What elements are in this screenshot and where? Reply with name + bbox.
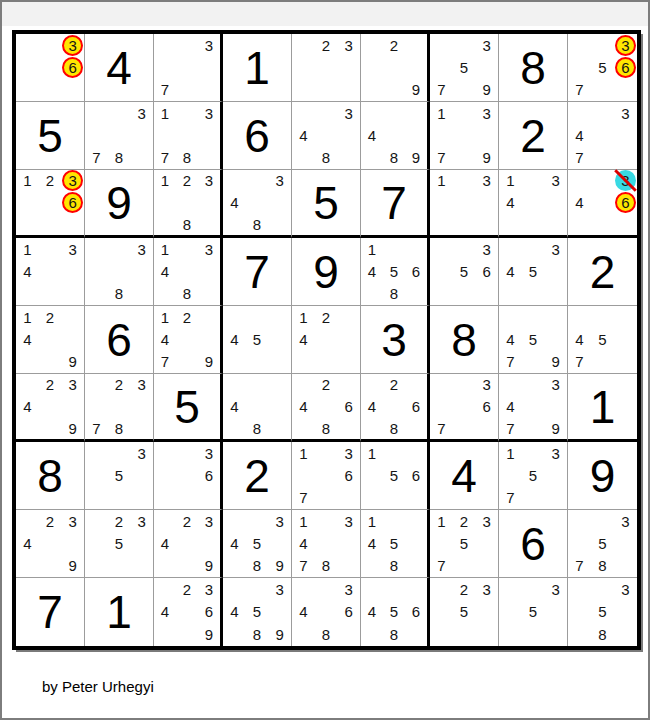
candidate-6[interactable]: 6: [338, 465, 359, 486]
cell-r7c6[interactable]: 156: [361, 442, 430, 510]
candidate-1[interactable]: 1: [17, 170, 38, 191]
candidate-7[interactable]: 7: [569, 79, 590, 100]
cell-r8c9[interactable]: 3578: [568, 510, 637, 578]
candidate-3-highlighted[interactable]: 3: [62, 35, 83, 56]
candidate-1[interactable]: 1: [155, 170, 176, 191]
candidate-6-highlighted[interactable]: 6: [615, 57, 636, 78]
candidate-3[interactable]: 3: [199, 35, 220, 56]
candidate-3[interactable]: 3: [199, 103, 220, 124]
candidate-9[interactable]: 9: [476, 147, 497, 168]
candidate-2[interactable]: 2: [39, 170, 60, 191]
candidate-1[interactable]: 1: [293, 307, 314, 328]
candidate-4[interactable]: 4: [155, 329, 176, 350]
candidate-9[interactable]: 9: [269, 624, 290, 645]
cell-r4c6[interactable]: 14568: [361, 238, 430, 306]
cell-value: 3: [361, 306, 427, 373]
cell-value: 1: [85, 578, 153, 646]
candidate-8[interactable]: 8: [177, 283, 198, 304]
candidate-5[interactable]: 5: [384, 465, 405, 486]
candidate-7[interactable]: 7: [293, 487, 314, 508]
candidate-3[interactable]: 3: [131, 443, 152, 464]
candidate-6[interactable]: 6: [199, 601, 220, 622]
cell-r6c3[interactable]: 5: [154, 374, 223, 442]
candidate-4[interactable]: 4: [362, 125, 383, 146]
candidate-3[interactable]: 3: [545, 443, 566, 464]
candidate-4[interactable]: 4: [500, 261, 521, 282]
candidate-4[interactable]: 4: [500, 329, 521, 350]
candidate-7[interactable]: 7: [86, 147, 107, 168]
candidate-6[interactable]: 6: [476, 261, 497, 282]
cell-r9c3[interactable]: 23469: [154, 578, 223, 646]
cell-value: 8: [430, 306, 498, 373]
cell-r5c8[interactable]: 4579: [499, 306, 568, 374]
candidate-3[interactable]: 3: [269, 579, 290, 600]
candidate-4[interactable]: 4: [500, 192, 521, 213]
cell-value: 6: [223, 102, 291, 169]
candidate-1[interactable]: 1: [431, 170, 452, 191]
candidate-4[interactable]: 4: [293, 601, 314, 622]
candidate-5[interactable]: 5: [246, 601, 267, 622]
candidate-3[interactable]: 3: [545, 374, 566, 395]
cell-r4c8[interactable]: 345: [499, 238, 568, 306]
cell-r6c5[interactable]: 2468: [292, 374, 361, 442]
cell-r1c5[interactable]: 23: [292, 34, 361, 102]
candidate-9[interactable]: 9: [62, 555, 83, 576]
cell-value: 6: [499, 510, 567, 577]
candidate-3[interactable]: 3: [131, 103, 152, 124]
cell-r5c7[interactable]: 8: [430, 306, 499, 374]
candidate-8[interactable]: 8: [246, 214, 267, 235]
candidate-9[interactable]: 9: [406, 79, 427, 100]
candidate-3[interactable]: 3: [62, 511, 83, 532]
candidate-3[interactable]: 3: [338, 35, 359, 56]
candidate-1[interactable]: 1: [155, 239, 176, 260]
candidate-9[interactable]: 9: [476, 79, 497, 100]
candidate-6[interactable]: 6: [338, 396, 359, 417]
candidate-5[interactable]: 5: [453, 533, 474, 554]
candidate-1[interactable]: 1: [155, 307, 176, 328]
candidate-5[interactable]: 5: [522, 465, 543, 486]
candidate-2[interactable]: 2: [453, 511, 474, 532]
cell-r6c9[interactable]: 1: [568, 374, 637, 442]
cell-r1c1[interactable]: 36: [16, 34, 85, 102]
candidate-5[interactable]: 5: [592, 601, 613, 622]
candidate-3[interactable]: 3: [615, 579, 636, 600]
candidate-7[interactable]: 7: [431, 147, 452, 168]
candidate-4[interactable]: 4: [224, 329, 245, 350]
candidate-3[interactable]: 3: [545, 239, 566, 260]
candidate-7[interactable]: 7: [569, 147, 590, 168]
candidate-3-eliminated[interactable]: 3: [615, 170, 636, 191]
candidate-3[interactable]: 3: [476, 374, 497, 395]
cell-r9c9[interactable]: 358: [568, 578, 637, 646]
candidate-3[interactable]: 3: [131, 511, 152, 532]
candidate-6[interactable]: 6: [338, 601, 359, 622]
candidate-5[interactable]: 5: [522, 329, 543, 350]
cell-r7c9[interactable]: 9: [568, 442, 637, 510]
candidate-7[interactable]: 7: [569, 351, 590, 372]
candidate-1[interactable]: 1: [17, 307, 38, 328]
candidate-4[interactable]: 4: [224, 396, 245, 417]
cell-r1c3[interactable]: 37: [154, 34, 223, 102]
cell-r4c7[interactable]: 356: [430, 238, 499, 306]
candidate-1[interactable]: 1: [500, 443, 521, 464]
candidate-4[interactable]: 4: [224, 533, 245, 554]
candidate-6[interactable]: 6: [406, 396, 427, 417]
candidate-8[interactable]: 8: [315, 418, 336, 439]
candidate-1[interactable]: 1: [362, 443, 383, 464]
cell-r8c3[interactable]: 2349: [154, 510, 223, 578]
candidate-4[interactable]: 4: [293, 125, 314, 146]
candidate-3[interactable]: 3: [199, 239, 220, 260]
candidate-3[interactable]: 3: [476, 239, 497, 260]
candidate-7[interactable]: 7: [500, 351, 521, 372]
candidate-6[interactable]: 6: [406, 465, 427, 486]
candidate-3[interactable]: 3: [62, 374, 83, 395]
cell-r9c5[interactable]: 3468: [292, 578, 361, 646]
cell-r7c1[interactable]: 8: [16, 442, 85, 510]
candidate-5[interactable]: 5: [592, 57, 613, 78]
candidate-6-highlighted[interactable]: 6: [62, 192, 83, 213]
candidate-3[interactable]: 3: [476, 35, 497, 56]
cell-value: 5: [154, 374, 220, 439]
candidate-8[interactable]: 8: [592, 624, 613, 645]
candidate-9[interactable]: 9: [406, 147, 427, 168]
candidate-5[interactable]: 5: [384, 261, 405, 282]
cell-r5c4[interactable]: 45: [223, 306, 292, 374]
candidate-1[interactable]: 1: [17, 239, 38, 260]
cell-r1c2[interactable]: 4: [85, 34, 154, 102]
candidate-3[interactable]: 3: [338, 103, 359, 124]
candidate-8[interactable]: 8: [108, 147, 129, 168]
cell-value: 8: [499, 34, 567, 101]
cell-r9c4[interactable]: 34589: [223, 578, 292, 646]
cell-r5c3[interactable]: 12479: [154, 306, 223, 374]
cell-r1c4[interactable]: 1: [223, 34, 292, 102]
candidate-8[interactable]: 8: [384, 147, 405, 168]
candidate-8[interactable]: 8: [384, 283, 405, 304]
cell-r5c5[interactable]: 124: [292, 306, 361, 374]
cell-r9c7[interactable]: 235: [430, 578, 499, 646]
cell-r3c7[interactable]: 13: [430, 170, 499, 238]
candidate-4[interactable]: 4: [17, 329, 38, 350]
candidate-7[interactable]: 7: [155, 351, 176, 372]
candidate-5[interactable]: 5: [246, 533, 267, 554]
cell-value: 4: [85, 34, 153, 101]
candidate-1[interactable]: 1: [362, 511, 383, 532]
candidate-9[interactable]: 9: [62, 351, 83, 372]
cell-r1c6[interactable]: 29: [361, 34, 430, 102]
cell-r5c6[interactable]: 3: [361, 306, 430, 374]
candidate-6[interactable]: 6: [406, 601, 427, 622]
cell-r2c7[interactable]: 1379: [430, 102, 499, 170]
cell-r9c2[interactable]: 1: [85, 578, 154, 646]
cell-r2c1[interactable]: 5: [16, 102, 85, 170]
cell-r6c1[interactable]: 2349: [16, 374, 85, 442]
candidate-7[interactable]: 7: [431, 418, 452, 439]
candidate-1[interactable]: 1: [155, 103, 176, 124]
candidate-3[interactable]: 3: [269, 170, 290, 191]
cell-r8c1[interactable]: 2349: [16, 510, 85, 578]
candidate-5[interactable]: 5: [384, 601, 405, 622]
cell-r7c3[interactable]: 36: [154, 442, 223, 510]
candidate-8[interactable]: 8: [246, 418, 267, 439]
candidate-4[interactable]: 4: [569, 192, 590, 213]
cell-r5c2[interactable]: 6: [85, 306, 154, 374]
cell-r1c7[interactable]: 3579: [430, 34, 499, 102]
candidate-3[interactable]: 3: [269, 511, 290, 532]
candidate-2[interactable]: 2: [177, 511, 198, 532]
candidate-6-highlighted[interactable]: 6: [615, 192, 636, 213]
candidate-5[interactable]: 5: [592, 533, 613, 554]
candidate-8[interactable]: 8: [246, 555, 267, 576]
cell-r5c1[interactable]: 1249: [16, 306, 85, 374]
candidate-8[interactable]: 8: [246, 624, 267, 645]
candidate-3[interactable]: 3: [199, 579, 220, 600]
cell-r2c8[interactable]: 2: [499, 102, 568, 170]
candidate-6-highlighted[interactable]: 6: [62, 57, 83, 78]
cell-value: 5: [292, 170, 360, 235]
cell-r6c4[interactable]: 48: [223, 374, 292, 442]
cell-r1c8[interactable]: 8: [499, 34, 568, 102]
cell-r3c8[interactable]: 134: [499, 170, 568, 238]
cell-r2c4[interactable]: 6: [223, 102, 292, 170]
cell-r3c6[interactable]: 7: [361, 170, 430, 238]
cell-value: 2: [223, 442, 291, 509]
cell-r6c2[interactable]: 2378: [85, 374, 154, 442]
candidate-7[interactable]: 7: [500, 418, 521, 439]
cell-r8c2[interactable]: 235: [85, 510, 154, 578]
candidate-1[interactable]: 1: [293, 511, 314, 532]
cell-r4c3[interactable]: 1348: [154, 238, 223, 306]
cell-value: 6: [85, 306, 153, 373]
candidate-3[interactable]: 3: [131, 374, 152, 395]
candidate-2[interactable]: 2: [453, 579, 474, 600]
candidate-3[interactable]: 3: [615, 511, 636, 532]
candidate-4[interactable]: 4: [569, 329, 590, 350]
cell-r5c9[interactable]: 457: [568, 306, 637, 374]
candidate-8[interactable]: 8: [315, 147, 336, 168]
cell-r7c8[interactable]: 1357: [499, 442, 568, 510]
cell-r4c4[interactable]: 7: [223, 238, 292, 306]
cell-value: 9: [85, 170, 153, 235]
cell-r2c2[interactable]: 378: [85, 102, 154, 170]
cell-r3c1[interactable]: 1236: [16, 170, 85, 238]
candidate-4[interactable]: 4: [224, 601, 245, 622]
candidate-1[interactable]: 1: [293, 443, 314, 464]
cell-r7c4[interactable]: 2: [223, 442, 292, 510]
candidate-3[interactable]: 3: [476, 170, 497, 191]
candidate-2[interactable]: 2: [384, 374, 405, 395]
cell-r4c9[interactable]: 2: [568, 238, 637, 306]
cell-value: 1: [568, 374, 637, 439]
cell-r8c4[interactable]: 34589: [223, 510, 292, 578]
candidate-4[interactable]: 4: [293, 533, 314, 554]
candidate-7[interactable]: 7: [569, 555, 590, 576]
cell-r2c6[interactable]: 489: [361, 102, 430, 170]
cell-r7c7[interactable]: 4: [430, 442, 499, 510]
cell-r3c9[interactable]: 346: [568, 170, 637, 238]
candidate-9[interactable]: 9: [199, 351, 220, 372]
candidate-3[interactable]: 3: [131, 239, 152, 260]
cell-r7c5[interactable]: 1367: [292, 442, 361, 510]
cell-r1c9[interactable]: 3567: [568, 34, 637, 102]
candidate-3[interactable]: 3: [476, 579, 497, 600]
candidate-4[interactable]: 4: [155, 601, 176, 622]
cell-r3c2[interactable]: 9: [85, 170, 154, 238]
candidate-8[interactable]: 8: [592, 555, 613, 576]
candidate-4[interactable]: 4: [17, 396, 38, 417]
candidate-3[interactable]: 3: [338, 579, 359, 600]
candidate-7[interactable]: 7: [86, 418, 107, 439]
credit-text: by Peter Urhegyi: [42, 678, 154, 695]
candidate-7[interactable]: 7: [431, 79, 452, 100]
candidate-2[interactable]: 2: [315, 374, 336, 395]
candidate-7[interactable]: 7: [500, 487, 521, 508]
candidate-5[interactable]: 5: [108, 533, 129, 554]
candidate-2[interactable]: 2: [177, 579, 198, 600]
candidate-5[interactable]: 5: [384, 533, 405, 554]
cell-r8c5[interactable]: 13478: [292, 510, 361, 578]
cell-r8c7[interactable]: 12357: [430, 510, 499, 578]
candidate-3[interactable]: 3: [338, 511, 359, 532]
candidate-9[interactable]: 9: [545, 351, 566, 372]
candidate-3-highlighted[interactable]: 3: [615, 35, 636, 56]
cell-r6c7[interactable]: 367: [430, 374, 499, 442]
cell-r9c1[interactable]: 7: [16, 578, 85, 646]
candidate-1[interactable]: 1: [500, 170, 521, 191]
cell-value: 2: [568, 238, 637, 305]
candidate-6[interactable]: 6: [406, 261, 427, 282]
candidate-4[interactable]: 4: [17, 261, 38, 282]
candidate-3[interactable]: 3: [476, 511, 497, 532]
sudoku-board: 3643712329357983567537813786348489137923…: [12, 30, 641, 650]
cell-r8c6[interactable]: 1458: [361, 510, 430, 578]
candidate-2[interactable]: 2: [39, 307, 60, 328]
candidate-1[interactable]: 1: [431, 103, 452, 124]
candidate-5[interactable]: 5: [246, 329, 267, 350]
candidate-8[interactable]: 8: [108, 418, 129, 439]
cell-r8c8[interactable]: 6: [499, 510, 568, 578]
cell-r3c5[interactable]: 5: [292, 170, 361, 238]
candidate-5[interactable]: 5: [522, 261, 543, 282]
cell-r7c2[interactable]: 35: [85, 442, 154, 510]
candidate-8[interactable]: 8: [315, 624, 336, 645]
cell-value: 7: [16, 578, 84, 646]
cell-r4c2[interactable]: 38: [85, 238, 154, 306]
candidate-5[interactable]: 5: [453, 601, 474, 622]
candidate-7[interactable]: 7: [293, 555, 314, 576]
candidate-7[interactable]: 7: [155, 79, 176, 100]
cell-r4c1[interactable]: 134: [16, 238, 85, 306]
cell-r2c9[interactable]: 347: [568, 102, 637, 170]
cell-r6c8[interactable]: 3479: [499, 374, 568, 442]
candidate-3[interactable]: 3: [62, 239, 83, 260]
candidate-4[interactable]: 4: [362, 261, 383, 282]
candidate-4[interactable]: 4: [155, 533, 176, 554]
cell-r2c3[interactable]: 1378: [154, 102, 223, 170]
cell-value: 4: [430, 442, 498, 509]
cell-value: 1: [223, 34, 291, 101]
candidate-9[interactable]: 9: [199, 624, 220, 645]
candidate-4[interactable]: 4: [362, 533, 383, 554]
candidate-7[interactable]: 7: [155, 147, 176, 168]
candidate-5[interactable]: 5: [453, 261, 474, 282]
candidate-9[interactable]: 9: [269, 555, 290, 576]
candidate-4[interactable]: 4: [362, 396, 383, 417]
candidate-8[interactable]: 8: [177, 214, 198, 235]
candidate-4[interactable]: 4: [500, 396, 521, 417]
candidate-2[interactable]: 2: [315, 307, 336, 328]
candidate-3[interactable]: 3: [476, 103, 497, 124]
candidate-4[interactable]: 4: [569, 125, 590, 146]
candidate-2[interactable]: 2: [384, 35, 405, 56]
cell-r6c6[interactable]: 2468: [361, 374, 430, 442]
top-strip: [2, 2, 648, 26]
candidate-2[interactable]: 2: [177, 170, 198, 191]
candidate-2[interactable]: 2: [39, 374, 60, 395]
candidate-3[interactable]: 3: [545, 579, 566, 600]
cell-r4c5[interactable]: 9: [292, 238, 361, 306]
candidate-3-highlighted[interactable]: 3: [62, 170, 83, 191]
candidate-1[interactable]: 1: [431, 511, 452, 532]
candidate-4[interactable]: 4: [293, 396, 314, 417]
candidate-3[interactable]: 3: [199, 443, 220, 464]
cell-r2c5[interactable]: 348: [292, 102, 361, 170]
candidate-5[interactable]: 5: [522, 601, 543, 622]
cell-r9c6[interactable]: 4568: [361, 578, 430, 646]
candidate-7[interactable]: 7: [431, 555, 452, 576]
candidate-3[interactable]: 3: [199, 511, 220, 532]
candidate-8[interactable]: 8: [384, 418, 405, 439]
candidate-4[interactable]: 4: [17, 533, 38, 554]
candidate-6[interactable]: 6: [199, 465, 220, 486]
candidate-2[interactable]: 2: [108, 374, 129, 395]
candidate-4[interactable]: 4: [362, 601, 383, 622]
candidate-3[interactable]: 3: [615, 103, 636, 124]
candidate-4[interactable]: 4: [293, 329, 314, 350]
candidate-3[interactable]: 3: [545, 170, 566, 191]
candidate-8[interactable]: 8: [315, 555, 336, 576]
candidate-5[interactable]: 5: [453, 57, 474, 78]
candidate-8[interactable]: 8: [384, 555, 405, 576]
cell-value: 2: [499, 102, 567, 169]
candidate-2[interactable]: 2: [315, 35, 336, 56]
candidate-9[interactable]: 9: [199, 555, 220, 576]
cell-value: 7: [223, 238, 291, 305]
candidate-2[interactable]: 2: [177, 307, 198, 328]
cell-r9c8[interactable]: 35: [499, 578, 568, 646]
candidate-2[interactable]: 2: [108, 511, 129, 532]
cell-r3c4[interactable]: 348: [223, 170, 292, 238]
candidate-8[interactable]: 8: [177, 147, 198, 168]
candidate-9[interactable]: 9: [545, 418, 566, 439]
candidate-4[interactable]: 4: [155, 261, 176, 282]
candidate-4[interactable]: 4: [224, 192, 245, 213]
candidate-3[interactable]: 3: [199, 170, 220, 191]
candidate-5[interactable]: 5: [592, 329, 613, 350]
candidate-2[interactable]: 2: [39, 511, 60, 532]
candidate-5[interactable]: 5: [108, 465, 129, 486]
candidate-1[interactable]: 1: [362, 239, 383, 260]
candidate-3[interactable]: 3: [338, 443, 359, 464]
candidate-9[interactable]: 9: [62, 418, 83, 439]
candidate-8[interactable]: 8: [108, 283, 129, 304]
candidate-6[interactable]: 6: [476, 396, 497, 417]
candidate-8[interactable]: 8: [384, 624, 405, 645]
cell-r3c3[interactable]: 1238: [154, 170, 223, 238]
cell-value: 5: [16, 102, 84, 169]
